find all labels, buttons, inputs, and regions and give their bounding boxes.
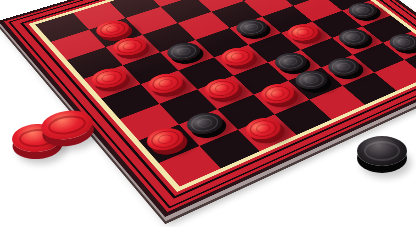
black-piece-off-board[interactable]	[357, 136, 407, 166]
scene	[0, 0, 416, 227]
checkers-board[interactable]	[0, 0, 416, 217]
